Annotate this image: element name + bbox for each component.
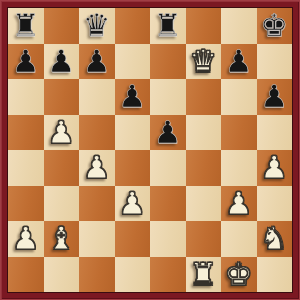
square-b3[interactable] (44, 186, 80, 222)
square-d1[interactable] (115, 257, 151, 293)
square-f4[interactable] (186, 150, 222, 186)
black-pawn[interactable]: ♟ (118, 81, 146, 112)
square-a2[interactable]: ♟ (8, 221, 44, 257)
square-b4[interactable] (44, 150, 80, 186)
square-g4[interactable] (221, 150, 257, 186)
square-b1[interactable] (44, 257, 80, 293)
square-a7[interactable]: ♟ (8, 44, 44, 80)
square-d3[interactable]: ♟ (115, 186, 151, 222)
square-h1[interactable] (257, 257, 293, 293)
black-pawn[interactable]: ♟ (154, 117, 182, 148)
square-h7[interactable] (257, 44, 293, 80)
black-pawn[interactable]: ♟ (12, 46, 40, 77)
square-a3[interactable] (8, 186, 44, 222)
square-h3[interactable] (257, 186, 293, 222)
black-pawn[interactable]: ♟ (260, 81, 288, 112)
square-f5[interactable] (186, 115, 222, 151)
black-rook[interactable]: ♜ (154, 10, 182, 41)
square-e4[interactable] (150, 150, 186, 186)
square-b2[interactable]: ♝ (44, 221, 80, 257)
square-d8[interactable] (115, 8, 151, 44)
square-a4[interactable] (8, 150, 44, 186)
chess-board: ♜♛♜♚♟♟♟♛♟♟♟♟♟♟♟♟♟♟♝♞♜♚ (8, 8, 292, 292)
white-pawn[interactable]: ♟ (225, 188, 253, 219)
square-f2[interactable] (186, 221, 222, 257)
black-queen[interactable]: ♛ (83, 10, 111, 41)
square-f8[interactable] (186, 8, 222, 44)
square-c2[interactable] (79, 221, 115, 257)
square-d2[interactable] (115, 221, 151, 257)
square-b5[interactable]: ♟ (44, 115, 80, 151)
square-e3[interactable] (150, 186, 186, 222)
square-f6[interactable] (186, 79, 222, 115)
square-c4[interactable]: ♟ (79, 150, 115, 186)
square-g8[interactable] (221, 8, 257, 44)
square-c3[interactable] (79, 186, 115, 222)
square-e7[interactable] (150, 44, 186, 80)
square-h8[interactable]: ♚ (257, 8, 293, 44)
square-e8[interactable]: ♜ (150, 8, 186, 44)
square-d5[interactable] (115, 115, 151, 151)
square-e6[interactable] (150, 79, 186, 115)
black-pawn[interactable]: ♟ (225, 46, 253, 77)
square-c1[interactable] (79, 257, 115, 293)
square-b7[interactable]: ♟ (44, 44, 80, 80)
square-g2[interactable] (221, 221, 257, 257)
white-pawn[interactable]: ♟ (83, 152, 111, 183)
square-g6[interactable] (221, 79, 257, 115)
white-king[interactable]: ♚ (225, 259, 253, 290)
square-a1[interactable] (8, 257, 44, 293)
white-rook[interactable]: ♜ (189, 259, 217, 290)
black-pawn[interactable]: ♟ (47, 46, 75, 77)
white-queen[interactable]: ♛ (189, 46, 217, 77)
square-f3[interactable] (186, 186, 222, 222)
white-bishop[interactable]: ♝ (47, 223, 75, 254)
square-d7[interactable] (115, 44, 151, 80)
square-f7[interactable]: ♛ (186, 44, 222, 80)
square-c5[interactable] (79, 115, 115, 151)
white-knight[interactable]: ♞ (260, 223, 288, 254)
square-c8[interactable]: ♛ (79, 8, 115, 44)
square-e1[interactable] (150, 257, 186, 293)
white-pawn[interactable]: ♟ (12, 223, 40, 254)
black-king[interactable]: ♚ (260, 10, 288, 41)
square-g3[interactable]: ♟ (221, 186, 257, 222)
square-d4[interactable] (115, 150, 151, 186)
black-rook[interactable]: ♜ (12, 10, 40, 41)
square-h2[interactable]: ♞ (257, 221, 293, 257)
square-d6[interactable]: ♟ (115, 79, 151, 115)
board-frame: ♜♛♜♚♟♟♟♛♟♟♟♟♟♟♟♟♟♟♝♞♜♚ (0, 0, 300, 300)
square-e5[interactable]: ♟ (150, 115, 186, 151)
square-a6[interactable] (8, 79, 44, 115)
square-b8[interactable] (44, 8, 80, 44)
square-c7[interactable]: ♟ (79, 44, 115, 80)
square-a8[interactable]: ♜ (8, 8, 44, 44)
square-h4[interactable]: ♟ (257, 150, 293, 186)
square-h5[interactable] (257, 115, 293, 151)
square-h6[interactable]: ♟ (257, 79, 293, 115)
black-pawn[interactable]: ♟ (83, 46, 111, 77)
square-c6[interactable] (79, 79, 115, 115)
square-f1[interactable]: ♜ (186, 257, 222, 293)
square-g7[interactable]: ♟ (221, 44, 257, 80)
square-g1[interactable]: ♚ (221, 257, 257, 293)
square-b6[interactable] (44, 79, 80, 115)
square-g5[interactable] (221, 115, 257, 151)
white-pawn[interactable]: ♟ (118, 188, 146, 219)
square-a5[interactable] (8, 115, 44, 151)
white-pawn[interactable]: ♟ (260, 152, 288, 183)
white-pawn[interactable]: ♟ (47, 117, 75, 148)
square-e2[interactable] (150, 221, 186, 257)
